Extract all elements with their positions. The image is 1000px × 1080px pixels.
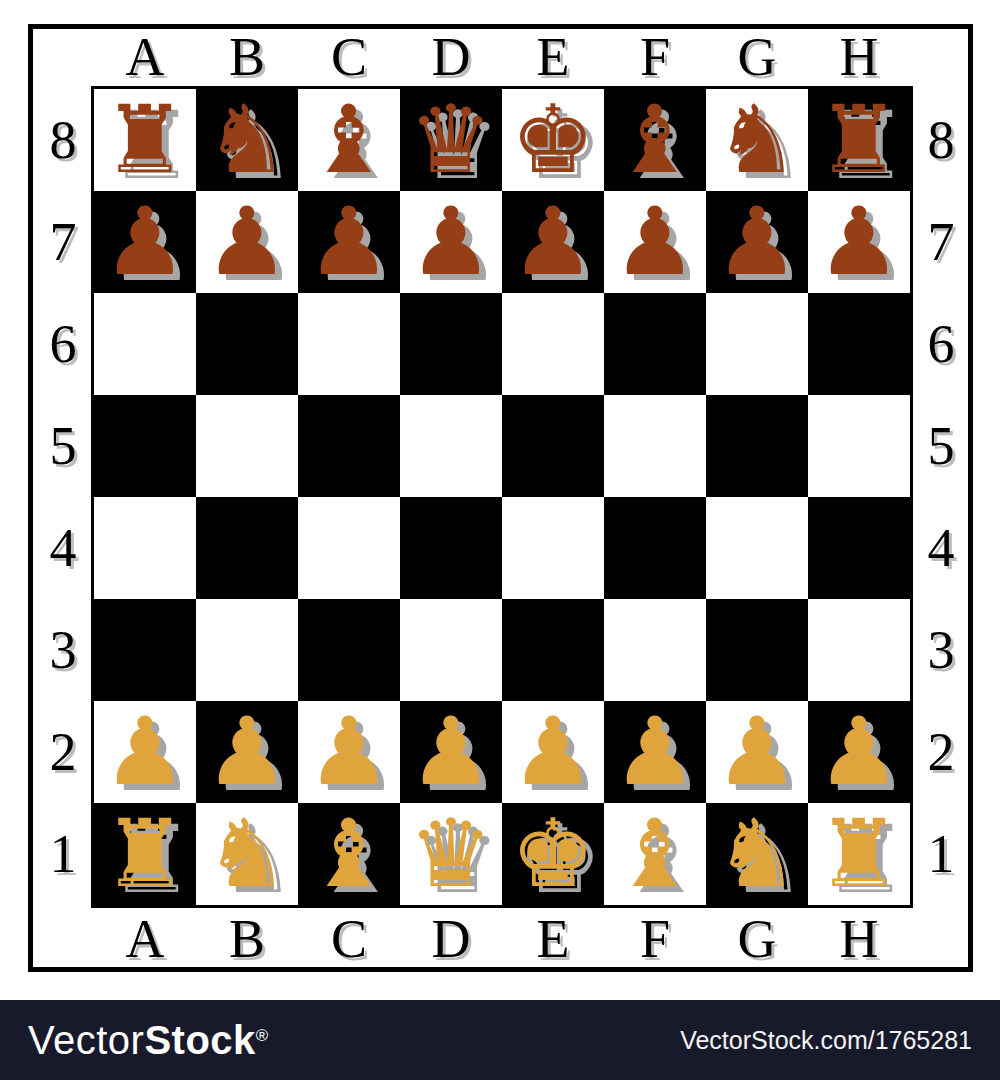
square-b7[interactable]: ♟	[196, 191, 298, 293]
piece-white-pawn: ♟	[103, 701, 187, 803]
piece-black-rook: ♜	[817, 89, 901, 191]
piece-white-pawn: ♟	[307, 701, 391, 803]
square-h4[interactable]	[808, 497, 910, 599]
chess-board: ♜♞♝♛♚♝♞♜♟♟♟♟♟♟♟♟♟♟♟♟♟♟♟♟♜♞♝♛♚♝♞♜	[91, 86, 913, 908]
square-a1[interactable]: ♜	[94, 803, 196, 905]
square-h3[interactable]	[808, 599, 910, 701]
rank-label-left-1: 1	[34, 803, 92, 905]
square-a6[interactable]	[94, 293, 196, 395]
square-h7[interactable]: ♟	[808, 191, 910, 293]
piece-black-bishop: ♝	[307, 89, 391, 191]
file-label-top-c: C	[298, 26, 400, 88]
file-label-top-h: H	[808, 26, 910, 88]
watermark-bar: VectorStock® VectorStock.com/1765281	[0, 1000, 1000, 1080]
square-e1[interactable]: ♚	[502, 803, 604, 905]
rank-label-right-6: 6	[913, 293, 969, 395]
file-label-bottom-h: H	[808, 908, 910, 970]
square-f2[interactable]: ♟	[604, 701, 706, 803]
square-h5[interactable]	[808, 395, 910, 497]
piece-black-rook: ♜	[103, 89, 187, 191]
piece-black-king: ♚	[511, 89, 595, 191]
file-label-bottom-f: F	[604, 908, 706, 970]
square-h6[interactable]	[808, 293, 910, 395]
square-a5[interactable]	[94, 395, 196, 497]
rank-label-left-7: 7	[34, 191, 92, 293]
square-d4[interactable]	[400, 497, 502, 599]
square-d2[interactable]: ♟	[400, 701, 502, 803]
piece-black-pawn: ♟	[511, 191, 595, 293]
square-f4[interactable]	[604, 497, 706, 599]
square-g2[interactable]: ♟	[706, 701, 808, 803]
square-h2[interactable]: ♟	[808, 701, 910, 803]
logo-text-light: Vector	[28, 1018, 144, 1062]
piece-white-pawn: ♟	[817, 701, 901, 803]
file-label-top-e: E	[502, 26, 604, 88]
rank-label-right-8: 8	[913, 89, 969, 191]
file-label-top-d: D	[400, 26, 502, 88]
piece-black-knight: ♞	[205, 89, 289, 191]
piece-white-rook: ♜	[103, 803, 187, 905]
square-a7[interactable]: ♟	[94, 191, 196, 293]
square-f5[interactable]	[604, 395, 706, 497]
file-label-bottom-d: D	[400, 908, 502, 970]
square-b5[interactable]	[196, 395, 298, 497]
square-e7[interactable]: ♟	[502, 191, 604, 293]
piece-white-king: ♚	[511, 803, 595, 905]
rank-label-right-4: 4	[913, 497, 969, 599]
square-g3[interactable]	[706, 599, 808, 701]
logo-text-bold: Stock	[144, 1018, 255, 1062]
square-d6[interactable]	[400, 293, 502, 395]
piece-white-rook: ♜	[817, 803, 901, 905]
square-a2[interactable]: ♟	[94, 701, 196, 803]
rank-label-right-1: 1	[913, 803, 969, 905]
square-d5[interactable]	[400, 395, 502, 497]
piece-white-bishop: ♝	[613, 803, 697, 905]
piece-white-queen: ♛	[409, 803, 493, 905]
rank-label-left-4: 4	[34, 497, 92, 599]
file-label-bottom-g: G	[706, 908, 808, 970]
piece-white-pawn: ♟	[511, 701, 595, 803]
square-f6[interactable]	[604, 293, 706, 395]
square-b8[interactable]: ♞	[196, 89, 298, 191]
piece-black-queen: ♛	[409, 89, 493, 191]
piece-white-bishop: ♝	[307, 803, 391, 905]
rank-label-left-8: 8	[34, 89, 92, 191]
square-b6[interactable]	[196, 293, 298, 395]
square-e6[interactable]	[502, 293, 604, 395]
piece-black-pawn: ♟	[103, 191, 187, 293]
piece-white-knight: ♞	[715, 803, 799, 905]
piece-white-knight: ♞	[205, 803, 289, 905]
square-f7[interactable]: ♟	[604, 191, 706, 293]
square-g8[interactable]: ♞	[706, 89, 808, 191]
piece-white-pawn: ♟	[613, 701, 697, 803]
square-f1[interactable]: ♝	[604, 803, 706, 905]
rank-label-left-5: 5	[34, 395, 92, 497]
square-g5[interactable]	[706, 395, 808, 497]
square-b2[interactable]: ♟	[196, 701, 298, 803]
file-label-bottom-a: A	[94, 908, 196, 970]
piece-black-bishop: ♝	[613, 89, 697, 191]
square-g1[interactable]: ♞	[706, 803, 808, 905]
vectorstock-logo: VectorStock®	[28, 1018, 269, 1063]
piece-black-pawn: ♟	[205, 191, 289, 293]
square-b1[interactable]: ♞	[196, 803, 298, 905]
file-label-bottom-b: B	[196, 908, 298, 970]
rank-label-left-2: 2	[34, 701, 92, 803]
square-d1[interactable]: ♛	[400, 803, 502, 905]
rank-label-left-6: 6	[34, 293, 92, 395]
piece-white-pawn: ♟	[205, 701, 289, 803]
file-label-bottom-e: E	[502, 908, 604, 970]
piece-black-pawn: ♟	[817, 191, 901, 293]
piece-black-knight: ♞	[715, 89, 799, 191]
rank-label-right-3: 3	[913, 599, 969, 701]
file-label-top-a: A	[94, 26, 196, 88]
watermark-url: VectorStock.com/1765281	[680, 1026, 972, 1055]
rank-label-right-5: 5	[913, 395, 969, 497]
square-c5[interactable]	[298, 395, 400, 497]
square-e2[interactable]: ♟	[502, 701, 604, 803]
square-e3[interactable]	[502, 599, 604, 701]
square-a4[interactable]	[94, 497, 196, 599]
square-d3[interactable]	[400, 599, 502, 701]
piece-white-pawn: ♟	[409, 701, 493, 803]
rank-label-right-2: 2	[913, 701, 969, 803]
square-c1[interactable]: ♝	[298, 803, 400, 905]
square-e8[interactable]: ♚	[502, 89, 604, 191]
square-b4[interactable]	[196, 497, 298, 599]
stock-image-page: ABCDEFGH 87654321 87654321 ABCDEFGH ♜♞♝♛…	[0, 0, 1000, 1080]
piece-black-pawn: ♟	[307, 191, 391, 293]
file-labels-top: ABCDEFGH	[94, 26, 910, 86]
square-a3[interactable]	[94, 599, 196, 701]
square-c7[interactable]: ♟	[298, 191, 400, 293]
rank-label-left-3: 3	[34, 599, 92, 701]
square-h1[interactable]: ♜	[808, 803, 910, 905]
square-c8[interactable]: ♝	[298, 89, 400, 191]
square-g4[interactable]	[706, 497, 808, 599]
square-c3[interactable]	[298, 599, 400, 701]
square-f3[interactable]	[604, 599, 706, 701]
file-label-top-f: F	[604, 26, 706, 88]
square-c6[interactable]	[298, 293, 400, 395]
square-c4[interactable]	[298, 497, 400, 599]
registered-mark: ®	[256, 1026, 269, 1045]
square-g6[interactable]	[706, 293, 808, 395]
rank-labels-left: 87654321	[34, 89, 92, 905]
file-label-bottom-c: C	[298, 908, 400, 970]
square-c2[interactable]: ♟	[298, 701, 400, 803]
piece-black-pawn: ♟	[409, 191, 493, 293]
rank-labels-right: 87654321	[913, 89, 969, 905]
square-f8[interactable]: ♝	[604, 89, 706, 191]
square-e4[interactable]	[502, 497, 604, 599]
square-e5[interactable]	[502, 395, 604, 497]
file-label-top-g: G	[706, 26, 808, 88]
square-h8[interactable]: ♜	[808, 89, 910, 191]
piece-black-pawn: ♟	[613, 191, 697, 293]
piece-black-pawn: ♟	[715, 191, 799, 293]
square-a8[interactable]: ♜	[94, 89, 196, 191]
file-labels-bottom: ABCDEFGH	[94, 908, 910, 967]
rank-label-right-7: 7	[913, 191, 969, 293]
square-b3[interactable]	[196, 599, 298, 701]
file-label-top-b: B	[196, 26, 298, 88]
piece-white-pawn: ♟	[715, 701, 799, 803]
square-d8[interactable]: ♛	[400, 89, 502, 191]
square-d7[interactable]: ♟	[400, 191, 502, 293]
square-g7[interactable]: ♟	[706, 191, 808, 293]
